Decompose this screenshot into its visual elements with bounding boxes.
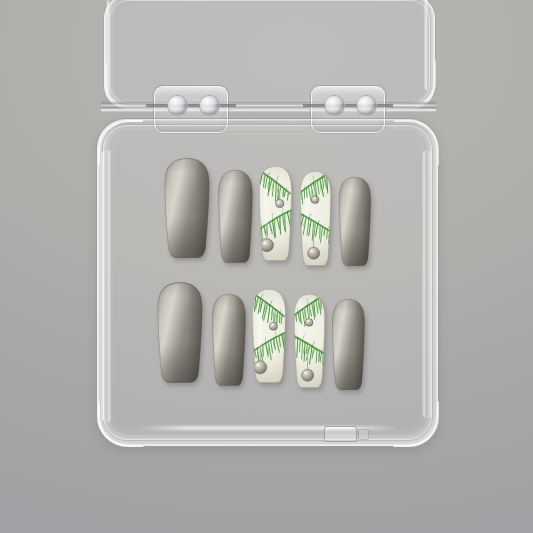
nail-row2-col2-silver-glitter [209,292,249,388]
nail-row1-col5-silver-glitter [336,175,374,268]
nail-row1-col1-silver-glitter [160,156,214,260]
nail-row2-col4-green-pine-ornament [291,292,328,390]
photo-canvas [0,0,533,533]
nail-row1-col3-green-pine-ornament [256,164,295,263]
nail-grid [0,0,533,533]
nail-row2-col1-silver-glitter [153,280,207,385]
nail-row1-col2-silver-glitter [215,168,256,265]
nail-row2-col3-green-pine-ornament [249,287,289,385]
nail-row1-col4-green-pine-ornament [297,169,334,268]
nail-row2-col5-silver-glitter [329,297,368,392]
